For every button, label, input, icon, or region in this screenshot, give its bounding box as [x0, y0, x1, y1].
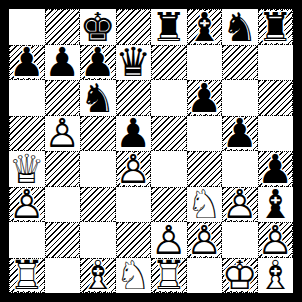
square-h8[interactable]: ♜♜: [258, 9, 294, 45]
piece-glyph: ♔: [223, 259, 257, 293]
piece-glyph: ♙: [223, 188, 257, 222]
square-e4[interactable]: [151, 151, 187, 187]
square-f6[interactable]: ♟♟: [187, 80, 223, 116]
square-c5[interactable]: [80, 116, 116, 152]
piece-glyph: ♟: [188, 81, 222, 115]
piece-white-bishop: ♝♗: [258, 258, 294, 294]
piece-glyph: ♟: [10, 46, 44, 80]
piece-glyph: ♞: [80, 80, 116, 116]
piece-glyph: ♘: [116, 258, 152, 294]
square-h1[interactable]: ♝♗: [258, 258, 294, 294]
piece-white-bishop: ♝♗: [81, 259, 115, 293]
piece-white-pawn: ♟♙: [10, 188, 44, 222]
square-d1[interactable]: ♞♘: [116, 258, 152, 294]
square-b1[interactable]: [45, 258, 81, 294]
piece-glyph: ♟: [223, 117, 257, 151]
piece-glyph: ♙: [45, 116, 81, 152]
chess-board: ♚♚♜♜♝♝♞♞♜♜♟♟♟♟♟♟♛♛♞♞♟♟♟♙♟♟♟♟♛♕♟♙♟♟♟♙♞♘♟♙…: [9, 9, 293, 293]
square-d7[interactable]: ♛♛: [116, 45, 152, 81]
piece-glyph: ♖: [10, 259, 44, 293]
piece-glyph: ♖: [152, 259, 186, 293]
square-e6[interactable]: [151, 80, 187, 116]
square-h6[interactable]: [258, 80, 294, 116]
piece-white-knight: ♞♘: [116, 258, 152, 294]
piece-black-knight: ♞♞: [80, 80, 116, 116]
piece-black-pawn: ♟♟: [45, 45, 81, 81]
square-g8[interactable]: ♞♞: [222, 9, 258, 45]
piece-glyph: ♟: [45, 45, 81, 81]
square-b4[interactable]: [45, 151, 81, 187]
square-a7[interactable]: ♟♟: [9, 45, 45, 81]
square-f5[interactable]: [187, 116, 223, 152]
square-g5[interactable]: ♟♟: [222, 116, 258, 152]
square-b5[interactable]: ♟♙: [45, 116, 81, 152]
square-g3[interactable]: ♟♙: [222, 187, 258, 223]
square-c3[interactable]: [80, 187, 116, 223]
square-g7[interactable]: [222, 45, 258, 81]
piece-glyph: ♙: [117, 152, 151, 186]
piece-glyph: ♗: [258, 258, 294, 294]
square-b7[interactable]: ♟♟: [45, 45, 81, 81]
piece-black-knight: ♞♞: [222, 9, 258, 45]
square-a6[interactable]: [9, 80, 45, 116]
square-d4[interactable]: ♟♙: [116, 151, 152, 187]
piece-black-queen: ♛♛: [116, 45, 152, 81]
piece-glyph: ♝: [188, 10, 222, 44]
piece-white-rook: ♜♖: [152, 259, 186, 293]
square-a1[interactable]: ♜♖: [9, 258, 45, 294]
square-c6[interactable]: ♞♞: [80, 80, 116, 116]
square-c4[interactable]: [80, 151, 116, 187]
piece-black-pawn: ♟♟: [188, 81, 222, 115]
square-e8[interactable]: ♜♜: [151, 9, 187, 45]
square-g1[interactable]: ♚♔: [222, 258, 258, 294]
piece-black-pawn: ♟♟: [223, 117, 257, 151]
board-frame: ♚♚♜♜♝♝♞♞♜♜♟♟♟♟♟♟♛♛♞♞♟♟♟♙♟♟♟♟♛♕♟♙♟♟♟♙♞♘♟♙…: [0, 0, 302, 302]
piece-white-pawn: ♟♙: [188, 223, 222, 257]
piece-glyph: ♗: [81, 259, 115, 293]
square-b3[interactable]: [45, 187, 81, 223]
piece-glyph: ♙: [188, 223, 222, 257]
square-e1[interactable]: ♜♖: [151, 258, 187, 294]
piece-white-pawn: ♟♙: [223, 188, 257, 222]
square-b2[interactable]: [45, 222, 81, 258]
piece-glyph: ♜: [151, 9, 187, 45]
square-a3[interactable]: ♟♙: [9, 187, 45, 223]
piece-white-rook: ♜♖: [10, 259, 44, 293]
piece-black-rook: ♜♜: [259, 10, 293, 44]
piece-black-pawn: ♟♟: [10, 46, 44, 80]
square-h7[interactable]: [258, 45, 294, 81]
piece-white-pawn: ♟♙: [117, 152, 151, 186]
piece-white-king: ♚♔: [223, 259, 257, 293]
square-f1[interactable]: [187, 258, 223, 294]
piece-glyph: ♙: [10, 188, 44, 222]
square-e7[interactable]: [151, 45, 187, 81]
piece-glyph: ♜: [259, 10, 293, 44]
piece-black-bishop: ♝♝: [188, 10, 222, 44]
piece-glyph: ♟: [81, 46, 115, 80]
piece-white-pawn: ♟♙: [45, 116, 81, 152]
piece-black-rook: ♜♜: [151, 9, 187, 45]
piece-black-pawn: ♟♟: [81, 46, 115, 80]
square-e5[interactable]: [151, 116, 187, 152]
piece-glyph: ♞: [222, 9, 258, 45]
square-f2[interactable]: ♟♙: [187, 222, 223, 258]
piece-glyph: ♛: [116, 45, 152, 81]
square-f8[interactable]: ♝♝: [187, 9, 223, 45]
square-c1[interactable]: ♝♗: [80, 258, 116, 294]
square-d3[interactable]: [116, 187, 152, 223]
